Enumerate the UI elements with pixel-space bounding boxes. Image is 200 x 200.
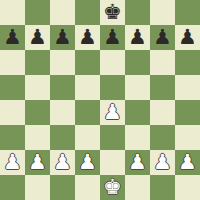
square-h7[interactable]: ♟ [175,25,200,50]
square-h1[interactable] [175,175,200,200]
square-b2[interactable]: ♟ [25,150,50,175]
square-f5[interactable] [125,75,150,100]
square-a4[interactable] [0,100,25,125]
piece-black-pawn[interactable]: ♟ [28,25,47,50]
square-a3[interactable] [0,125,25,150]
square-b8[interactable] [25,0,50,25]
square-e4[interactable]: ♟ [100,100,125,125]
piece-white-pawn[interactable]: ♟ [53,150,72,175]
piece-black-pawn[interactable]: ♟ [103,25,122,50]
piece-black-pawn[interactable]: ♟ [78,25,97,50]
square-c7[interactable]: ♟ [50,25,75,50]
piece-black-pawn[interactable]: ♟ [53,25,72,50]
square-c8[interactable] [50,0,75,25]
square-c1[interactable] [50,175,75,200]
piece-white-pawn[interactable]: ♟ [153,150,172,175]
square-d8[interactable] [75,0,100,25]
piece-white-pawn[interactable]: ♟ [78,150,97,175]
chess-board: ♚♟♟♟♟♟♟♟♟♟♟♟♟♟♟♟♟♚ [0,0,200,200]
square-f2[interactable]: ♟ [125,150,150,175]
piece-white-pawn[interactable]: ♟ [103,100,122,125]
piece-white-pawn[interactable]: ♟ [178,150,197,175]
square-e3[interactable] [100,125,125,150]
square-h4[interactable] [175,100,200,125]
square-h6[interactable] [175,50,200,75]
square-c2[interactable]: ♟ [50,150,75,175]
piece-black-pawn[interactable]: ♟ [178,25,197,50]
square-h5[interactable] [175,75,200,100]
square-c5[interactable] [50,75,75,100]
square-f8[interactable] [125,0,150,25]
square-d2[interactable]: ♟ [75,150,100,175]
square-g2[interactable]: ♟ [150,150,175,175]
square-b3[interactable] [25,125,50,150]
square-e8[interactable]: ♚ [100,0,125,25]
square-f3[interactable] [125,125,150,150]
square-e6[interactable] [100,50,125,75]
square-c6[interactable] [50,50,75,75]
square-g8[interactable] [150,0,175,25]
square-g5[interactable] [150,75,175,100]
square-c3[interactable] [50,125,75,150]
square-e2[interactable] [100,150,125,175]
piece-black-king[interactable]: ♚ [103,0,122,25]
square-a2[interactable]: ♟ [0,150,25,175]
piece-black-pawn[interactable]: ♟ [153,25,172,50]
square-e7[interactable]: ♟ [100,25,125,50]
square-f6[interactable] [125,50,150,75]
piece-black-pawn[interactable]: ♟ [128,25,147,50]
square-b6[interactable] [25,50,50,75]
square-b5[interactable] [25,75,50,100]
square-a8[interactable] [0,0,25,25]
square-d4[interactable] [75,100,100,125]
square-a6[interactable] [0,50,25,75]
square-a5[interactable] [0,75,25,100]
square-g1[interactable] [150,175,175,200]
square-h8[interactable] [175,0,200,25]
square-c4[interactable] [50,100,75,125]
square-g4[interactable] [150,100,175,125]
piece-white-pawn[interactable]: ♟ [28,150,47,175]
square-h2[interactable]: ♟ [175,150,200,175]
square-g7[interactable]: ♟ [150,25,175,50]
piece-white-pawn[interactable]: ♟ [128,150,147,175]
square-b1[interactable] [25,175,50,200]
square-d3[interactable] [75,125,100,150]
piece-white-pawn[interactable]: ♟ [3,150,22,175]
square-f1[interactable] [125,175,150,200]
square-f7[interactable]: ♟ [125,25,150,50]
piece-white-king[interactable]: ♚ [103,175,122,200]
square-b4[interactable] [25,100,50,125]
piece-black-pawn[interactable]: ♟ [3,25,22,50]
square-d7[interactable]: ♟ [75,25,100,50]
square-a7[interactable]: ♟ [0,25,25,50]
square-d5[interactable] [75,75,100,100]
square-d1[interactable] [75,175,100,200]
square-g3[interactable] [150,125,175,150]
square-e5[interactable] [100,75,125,100]
square-a1[interactable] [0,175,25,200]
square-d6[interactable] [75,50,100,75]
square-b7[interactable]: ♟ [25,25,50,50]
square-g6[interactable] [150,50,175,75]
square-e1[interactable]: ♚ [100,175,125,200]
square-f4[interactable] [125,100,150,125]
square-h3[interactable] [175,125,200,150]
